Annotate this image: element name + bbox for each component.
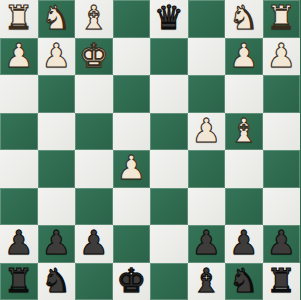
white-bishop-f1[interactable]: ♝ (79, 1, 109, 34)
square-c2[interactable] (188, 38, 226, 76)
square-g2[interactable]: ♟ (38, 38, 76, 76)
square-d2[interactable] (150, 38, 188, 76)
black-bishop-c8[interactable]: ♝ (191, 264, 221, 297)
black-knight-b8[interactable]: ♞ (229, 264, 259, 297)
square-b7[interactable]: ♟ (225, 225, 263, 263)
square-f5[interactable] (75, 150, 113, 188)
square-c8[interactable]: ♝ (188, 263, 226, 300)
square-g5[interactable] (38, 150, 76, 188)
white-pawn-h2[interactable]: ♟ (4, 39, 34, 72)
square-b1[interactable]: ♞ (225, 0, 263, 38)
square-g1[interactable]: ♞ (38, 0, 76, 38)
square-f2[interactable]: ♚ (75, 38, 113, 76)
square-h3[interactable] (0, 75, 38, 113)
square-e5[interactable]: ♟ (113, 150, 151, 188)
square-f7[interactable]: ♟ (75, 225, 113, 263)
square-c6[interactable] (188, 188, 226, 226)
square-e3[interactable] (113, 75, 151, 113)
square-e2[interactable] (113, 38, 151, 76)
square-d8[interactable] (150, 263, 188, 300)
square-h1[interactable]: ♜ (0, 0, 38, 38)
white-pawn-b2[interactable]: ♟ (229, 39, 259, 72)
black-pawn-b7[interactable]: ♟ (229, 226, 259, 259)
square-f4[interactable] (75, 113, 113, 151)
white-pawn-g2[interactable]: ♟ (41, 39, 71, 72)
square-b4[interactable]: ♝ (225, 113, 263, 151)
square-h6[interactable] (0, 188, 38, 226)
square-c3[interactable] (188, 75, 226, 113)
square-d1[interactable]: ♛ (150, 0, 188, 38)
square-f6[interactable] (75, 188, 113, 226)
black-pawn-a7[interactable]: ♟ (266, 226, 296, 259)
white-bishop-b4[interactable]: ♝ (229, 114, 259, 147)
black-pawn-g7[interactable]: ♟ (41, 226, 71, 259)
square-a3[interactable] (263, 75, 301, 113)
square-d3[interactable] (150, 75, 188, 113)
square-e1[interactable] (113, 0, 151, 38)
square-g7[interactable]: ♟ (38, 225, 76, 263)
square-d6[interactable] (150, 188, 188, 226)
square-a5[interactable] (263, 150, 301, 188)
square-a7[interactable]: ♟ (263, 225, 301, 263)
black-pawn-h7[interactable]: ♟ (4, 226, 34, 259)
white-king-f2[interactable]: ♚ (79, 39, 109, 72)
square-c7[interactable]: ♟ (188, 225, 226, 263)
square-e7[interactable] (113, 225, 151, 263)
black-pawn-f7[interactable]: ♟ (79, 226, 109, 259)
white-rook-a1[interactable]: ♜ (266, 1, 296, 34)
square-g3[interactable] (38, 75, 76, 113)
square-g4[interactable] (38, 113, 76, 151)
square-e8[interactable]: ♚ (113, 263, 151, 300)
square-b8[interactable]: ♞ (225, 263, 263, 300)
square-h5[interactable] (0, 150, 38, 188)
square-g6[interactable] (38, 188, 76, 226)
square-a4[interactable] (263, 113, 301, 151)
square-d5[interactable] (150, 150, 188, 188)
white-knight-g1[interactable]: ♞ (41, 1, 71, 34)
square-d7[interactable] (150, 225, 188, 263)
square-e6[interactable] (113, 188, 151, 226)
black-rook-h8[interactable]: ♜ (4, 264, 34, 297)
square-d4[interactable] (150, 113, 188, 151)
square-f1[interactable]: ♝ (75, 0, 113, 38)
square-c1[interactable] (188, 0, 226, 38)
white-pawn-a2[interactable]: ♟ (266, 39, 296, 72)
black-queen-d1[interactable]: ♛ (154, 1, 184, 34)
square-h4[interactable] (0, 113, 38, 151)
square-b2[interactable]: ♟ (225, 38, 263, 76)
square-b5[interactable] (225, 150, 263, 188)
white-rook-h1[interactable]: ♜ (4, 1, 34, 34)
white-knight-b1[interactable]: ♞ (229, 1, 259, 34)
square-g8[interactable]: ♞ (38, 263, 76, 300)
chess-board: ♜♞♝♛♞♜♟♟♚♟♟♟♝♟♟♟♟♟♟♟♜♞♚♝♞♜ (0, 0, 300, 300)
black-pawn-c7[interactable]: ♟ (191, 226, 221, 259)
square-c4[interactable]: ♟ (188, 113, 226, 151)
square-a2[interactable]: ♟ (263, 38, 301, 76)
square-b6[interactable] (225, 188, 263, 226)
square-h2[interactable]: ♟ (0, 38, 38, 76)
square-e4[interactable] (113, 113, 151, 151)
black-rook-a8[interactable]: ♜ (266, 264, 296, 297)
square-f8[interactable] (75, 263, 113, 300)
square-b3[interactable] (225, 75, 263, 113)
white-pawn-c4[interactable]: ♟ (191, 114, 221, 147)
square-a8[interactable]: ♜ (263, 263, 301, 300)
square-h8[interactable]: ♜ (0, 263, 38, 300)
square-c5[interactable] (188, 150, 226, 188)
square-a6[interactable] (263, 188, 301, 226)
square-a1[interactable]: ♜ (263, 0, 301, 38)
square-h7[interactable]: ♟ (0, 225, 38, 263)
black-knight-g8[interactable]: ♞ (41, 264, 71, 297)
black-king-e8[interactable]: ♚ (116, 264, 146, 297)
square-f3[interactable] (75, 75, 113, 113)
white-pawn-e5[interactable]: ♟ (116, 151, 146, 184)
